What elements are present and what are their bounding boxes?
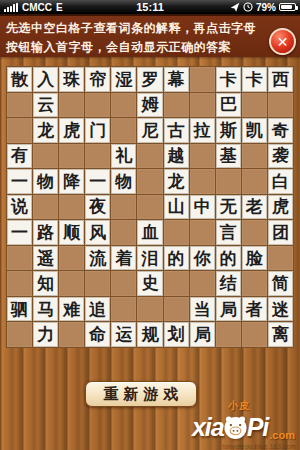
cell-r8c8[interactable]: 你	[190, 246, 215, 271]
cell-r4c2	[33, 144, 58, 169]
watermark-brand-part2: Pi	[247, 413, 269, 442]
cell-r7c2[interactable]: 路	[33, 220, 58, 245]
cell-r6c2	[33, 195, 58, 220]
cell-r5c6	[137, 169, 162, 194]
cell-r7c11[interactable]: 团	[268, 220, 293, 245]
cell-r6c3	[59, 195, 84, 220]
watermark: 小皮 xia Pi .com tonyatepu.blog.163.com	[176, 399, 298, 442]
cell-r1c8	[190, 67, 215, 92]
location-arrow-icon	[230, 2, 240, 12]
pig-mascot-icon	[223, 415, 248, 440]
cell-r8c5[interactable]: 着	[111, 246, 136, 271]
cell-r8c7[interactable]: 的	[164, 246, 189, 271]
cell-r9c1	[7, 271, 32, 296]
cell-r5c2[interactable]: 物	[33, 169, 58, 194]
cell-r7c1[interactable]: 一	[7, 220, 32, 245]
cell-r4c4	[85, 144, 110, 169]
cell-r5c3[interactable]: 降	[59, 169, 84, 194]
cell-r9c10	[242, 271, 267, 296]
close-icon: ✕	[277, 34, 289, 50]
cell-r5c5[interactable]: 物	[111, 169, 136, 194]
cell-r4c9[interactable]: 基	[216, 144, 241, 169]
cell-r1c2[interactable]: 入	[33, 67, 58, 92]
cell-r3c6[interactable]: 尼	[137, 118, 162, 143]
cell-r5c4[interactable]: 一	[85, 169, 110, 194]
cell-r10c11[interactable]: 迷	[268, 297, 293, 322]
cell-r1c1[interactable]: 散	[7, 67, 32, 92]
cell-r1c9[interactable]: 卡	[216, 67, 241, 92]
cell-r2c11	[268, 93, 293, 118]
cell-r10c2[interactable]: 马	[33, 297, 58, 322]
board: 散入珠帘湿罗幕卡卡西云姆巴龙虎门尼古拉斯凯奇有礼越基袭一物降一物龙白说夜山中无老…	[6, 66, 294, 348]
cell-r2c1	[7, 93, 32, 118]
cell-r5c8	[190, 169, 215, 194]
cell-r10c6	[137, 297, 162, 322]
cell-r3c5	[111, 118, 136, 143]
cell-r5c9	[216, 169, 241, 194]
cell-r9c6[interactable]: 史	[137, 271, 162, 296]
cell-r2c8	[190, 93, 215, 118]
cell-r1c5[interactable]: 湿	[111, 67, 136, 92]
cell-r2c6[interactable]: 姆	[137, 93, 162, 118]
cell-r5c7[interactable]: 龙	[164, 169, 189, 194]
cell-r11c5[interactable]: 运	[111, 322, 136, 347]
cell-r3c9[interactable]: 斯	[216, 118, 241, 143]
cell-r2c5	[111, 93, 136, 118]
cell-r7c3[interactable]: 顺	[59, 220, 84, 245]
cell-r9c9[interactable]: 结	[216, 271, 241, 296]
cell-r6c11[interactable]: 虎	[268, 195, 293, 220]
cell-r11c3	[59, 322, 84, 347]
cell-r8c10[interactable]: 脸	[242, 246, 267, 271]
cell-r1c4[interactable]: 帘	[85, 67, 110, 92]
cell-r6c4[interactable]: 夜	[85, 195, 110, 220]
cell-r2c7	[164, 93, 189, 118]
status-bar: CMCC E 15:11 79%	[0, 0, 300, 14]
cell-r9c2[interactable]: 知	[33, 271, 58, 296]
cell-r4c10	[242, 144, 267, 169]
battery-icon	[279, 3, 296, 11]
cell-r10c10[interactable]: 者	[242, 297, 267, 322]
cell-r4c1[interactable]: 有	[7, 144, 32, 169]
cell-r7c9[interactable]: 言	[216, 220, 241, 245]
cell-r5c10	[242, 169, 267, 194]
cell-r7c8	[190, 220, 215, 245]
cell-r11c1	[7, 322, 32, 347]
cell-r7c4[interactable]: 风	[85, 220, 110, 245]
cell-r11c4[interactable]: 命	[85, 322, 110, 347]
cell-r9c7	[164, 271, 189, 296]
cell-r6c9[interactable]: 无	[216, 195, 241, 220]
cell-r11c8[interactable]: 局	[190, 322, 215, 347]
cell-r9c8	[190, 271, 215, 296]
cell-r1c3[interactable]: 珠	[59, 67, 84, 92]
cell-r2c3	[59, 93, 84, 118]
cell-r6c1[interactable]: 说	[7, 195, 32, 220]
cell-r11c6[interactable]: 规	[137, 322, 162, 347]
cell-r10c1[interactable]: 驷	[7, 297, 32, 322]
watermark-brand-part1: xia	[192, 413, 224, 442]
cell-r3c4[interactable]: 门	[85, 118, 110, 143]
instruction-line-1: 先选中空白格子查看词条的解释，再点击字母	[6, 19, 300, 38]
cell-r5c1[interactable]: 一	[7, 169, 32, 194]
cell-r6c8[interactable]: 中	[190, 195, 215, 220]
cell-r6c5	[111, 195, 136, 220]
cell-r1c10[interactable]: 卡	[242, 67, 267, 92]
cell-r4c3	[59, 144, 84, 169]
cell-r11c9	[216, 322, 241, 347]
cell-r10c3[interactable]: 难	[59, 297, 84, 322]
cell-r6c7[interactable]: 山	[164, 195, 189, 220]
cell-r8c2[interactable]: 遥	[33, 246, 58, 271]
cell-r4c8	[190, 144, 215, 169]
cell-r8c1	[7, 246, 32, 271]
cell-r8c4[interactable]: 流	[85, 246, 110, 271]
cell-r4c6	[137, 144, 162, 169]
instruction-line-2: 按钮输入首字母，会自动显示正确的答案	[6, 38, 300, 57]
cell-r3c2[interactable]: 龙	[33, 118, 58, 143]
cell-r1c6[interactable]: 罗	[137, 67, 162, 92]
cell-r11c10	[242, 322, 267, 347]
cell-r7c6[interactable]: 血	[137, 220, 162, 245]
cell-r10c7	[164, 297, 189, 322]
cell-r6c6	[137, 195, 162, 220]
cell-r10c4[interactable]: 追	[85, 297, 110, 322]
cell-r10c5	[111, 297, 136, 322]
cell-r9c5	[111, 271, 136, 296]
cell-r10c9[interactable]: 局	[216, 297, 241, 322]
app-screen: CMCC E 15:11 79% 先选中空白格子查看词条的解释，再点击字母 按钮…	[0, 0, 300, 450]
cell-r2c4	[85, 93, 110, 118]
instruction-banner: 先选中空白格子查看词条的解释，再点击字母 按钮输入首字母，会自动显示正确的答案	[0, 14, 300, 57]
cell-r4c7[interactable]: 越	[164, 144, 189, 169]
cell-r7c10	[242, 220, 267, 245]
cell-r3c10[interactable]: 凯	[242, 118, 267, 143]
cell-r5c11[interactable]: 白	[268, 169, 293, 194]
restart-game-label: 重新游戏	[104, 385, 184, 404]
cell-r9c4	[85, 271, 110, 296]
cell-r9c3	[59, 271, 84, 296]
cell-r3c7[interactable]: 古	[164, 118, 189, 143]
cell-r2c10	[242, 93, 267, 118]
cell-r2c2[interactable]: 云	[33, 93, 58, 118]
cell-r4c11[interactable]: 袭	[268, 144, 293, 169]
watermark-cn-label: 小皮	[228, 399, 298, 413]
cell-r2c9[interactable]: 巴	[216, 93, 241, 118]
battery-percent-label: 79%	[256, 2, 276, 13]
cell-r7c7	[164, 220, 189, 245]
cell-r1c11[interactable]: 西	[268, 67, 293, 92]
cell-r3c11[interactable]: 奇	[268, 118, 293, 143]
cell-r11c11[interactable]: 离	[268, 322, 293, 347]
cell-r1c7[interactable]: 幕	[164, 67, 189, 92]
cell-r10c8[interactable]: 当	[190, 297, 215, 322]
cell-r11c2[interactable]: 力	[33, 322, 58, 347]
cell-r4c5[interactable]: 礼	[111, 144, 136, 169]
cell-r11c7[interactable]: 划	[164, 322, 189, 347]
cell-r8c9[interactable]: 的	[216, 246, 241, 271]
cell-r3c3[interactable]: 虎	[59, 118, 84, 143]
cell-r7c5	[111, 220, 136, 245]
cell-r6c10[interactable]: 老	[242, 195, 267, 220]
watermark-domain-label: .com	[269, 429, 295, 441]
alarm-clock-icon	[243, 2, 253, 12]
cell-r3c1	[7, 118, 32, 143]
cell-r8c6[interactable]: 泪	[137, 246, 162, 271]
cell-r3c8[interactable]: 拉	[190, 118, 215, 143]
cell-r8c11	[268, 246, 293, 271]
close-banner-button[interactable]: ✕	[269, 28, 296, 55]
cell-r9c11[interactable]: 简	[268, 271, 293, 296]
watermark-blog-label: tonyatepu.blog.163.com	[222, 443, 296, 450]
cell-r8c3	[59, 246, 84, 271]
